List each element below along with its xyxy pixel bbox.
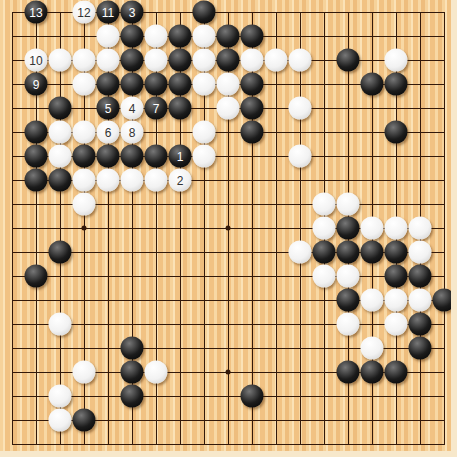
black-stone [73, 409, 96, 432]
white-stone [49, 313, 72, 336]
black-stone [409, 313, 432, 336]
black-stone [337, 241, 360, 264]
star-point [226, 370, 231, 375]
black-stone [241, 121, 264, 144]
black-stone [169, 49, 192, 72]
move-number-label: 9 [33, 78, 40, 90]
black-stone [361, 73, 384, 96]
white-stone [385, 313, 408, 336]
black-stone: 11 [97, 1, 120, 24]
black-stone [121, 49, 144, 72]
white-stone: 8 [121, 121, 144, 144]
black-stone [25, 145, 48, 168]
black-stone [385, 121, 408, 144]
white-stone [73, 73, 96, 96]
white-stone: 4 [121, 97, 144, 120]
white-stone [409, 217, 432, 240]
black-stone [169, 73, 192, 96]
white-stone [385, 289, 408, 312]
black-stone [241, 25, 264, 48]
white-stone [385, 49, 408, 72]
white-stone [193, 145, 216, 168]
white-stone [49, 49, 72, 72]
white-stone [49, 121, 72, 144]
black-stone [361, 361, 384, 384]
move-number-label: 3 [129, 6, 136, 18]
white-stone [49, 409, 72, 432]
move-number-label: 5 [105, 102, 112, 114]
black-stone [385, 73, 408, 96]
white-stone [73, 49, 96, 72]
black-stone [337, 289, 360, 312]
white-stone [409, 289, 432, 312]
white-stone [313, 193, 336, 216]
move-number-label: 13 [29, 6, 42, 18]
white-stone [73, 169, 96, 192]
move-number-label: 10 [29, 54, 42, 66]
black-stone [121, 73, 144, 96]
white-stone [385, 217, 408, 240]
black-stone: 1 [169, 145, 192, 168]
black-stone: 3 [121, 1, 144, 24]
black-stone [241, 97, 264, 120]
white-stone [337, 265, 360, 288]
white-stone [289, 49, 312, 72]
white-stone: 12 [73, 1, 96, 24]
black-stone [361, 241, 384, 264]
white-stone [361, 217, 384, 240]
black-stone: 7 [145, 97, 168, 120]
star-point [226, 226, 231, 231]
white-stone [49, 385, 72, 408]
black-stone [121, 337, 144, 360]
star-point [82, 226, 87, 231]
move-number-label: 7 [153, 102, 160, 114]
black-stone [25, 265, 48, 288]
black-stone [25, 169, 48, 192]
black-stone [337, 361, 360, 384]
white-stone [145, 361, 168, 384]
black-stone [121, 145, 144, 168]
white-stone [241, 49, 264, 72]
black-stone [121, 385, 144, 408]
move-number-label: 1 [177, 150, 184, 162]
white-stone [193, 121, 216, 144]
white-stone: 6 [97, 121, 120, 144]
black-stone [337, 49, 360, 72]
black-stone [145, 73, 168, 96]
move-number-label: 8 [129, 126, 136, 138]
white-stone [97, 169, 120, 192]
board-bevel-bottom [0, 451, 457, 457]
white-stone [49, 145, 72, 168]
black-stone [25, 121, 48, 144]
white-stone [337, 193, 360, 216]
white-stone [265, 49, 288, 72]
white-stone [361, 337, 384, 360]
board-bevel-right [451, 0, 457, 457]
white-stone [361, 289, 384, 312]
white-stone [289, 145, 312, 168]
white-stone [73, 121, 96, 144]
white-stone [337, 313, 360, 336]
black-stone [217, 25, 240, 48]
white-stone: 2 [169, 169, 192, 192]
white-stone [289, 97, 312, 120]
white-stone [313, 217, 336, 240]
white-stone: 10 [25, 49, 48, 72]
white-stone [289, 241, 312, 264]
black-stone [97, 73, 120, 96]
black-stone [169, 25, 192, 48]
black-stone [385, 241, 408, 264]
white-stone [313, 265, 336, 288]
black-stone [385, 265, 408, 288]
white-stone [97, 25, 120, 48]
black-stone: 13 [25, 1, 48, 24]
move-number-label: 2 [177, 174, 184, 186]
black-stone [145, 145, 168, 168]
move-number-label: 11 [102, 6, 114, 18]
white-stone [217, 97, 240, 120]
black-stone [409, 265, 432, 288]
black-stone [409, 337, 432, 360]
black-stone [385, 361, 408, 384]
black-stone [73, 145, 96, 168]
black-stone [49, 169, 72, 192]
black-stone [121, 25, 144, 48]
black-stone [217, 49, 240, 72]
black-stone: 9 [25, 73, 48, 96]
white-stone [145, 49, 168, 72]
move-number-label: 6 [105, 126, 112, 138]
white-stone [217, 73, 240, 96]
white-stone [73, 361, 96, 384]
white-stone [145, 169, 168, 192]
white-stone [193, 25, 216, 48]
white-stone [409, 241, 432, 264]
black-stone [121, 361, 144, 384]
white-stone [121, 169, 144, 192]
white-stone [193, 73, 216, 96]
black-stone [49, 241, 72, 264]
white-stone [73, 193, 96, 216]
move-number-label: 12 [77, 6, 90, 18]
black-stone [241, 73, 264, 96]
black-stone [49, 97, 72, 120]
black-stone [169, 97, 192, 120]
white-stone [145, 25, 168, 48]
move-number-label: 4 [129, 102, 136, 114]
white-stone [97, 49, 120, 72]
white-stone [193, 49, 216, 72]
black-stone [241, 385, 264, 408]
black-stone [97, 145, 120, 168]
go-board[interactable]: 13121131095476812 [0, 0, 457, 457]
black-stone [313, 241, 336, 264]
black-stone [193, 1, 216, 24]
black-stone [337, 217, 360, 240]
black-stone: 5 [97, 97, 120, 120]
